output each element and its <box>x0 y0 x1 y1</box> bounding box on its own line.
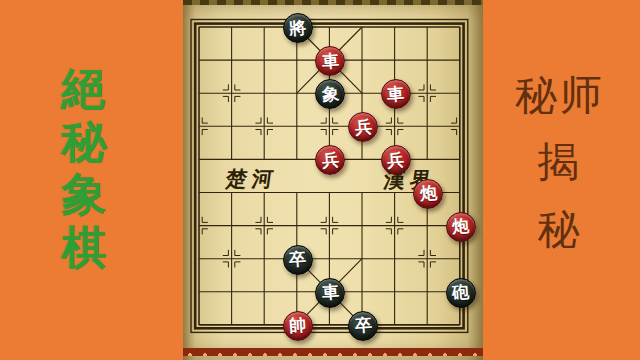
piece-glyph: 炮 <box>452 218 470 236</box>
black-piece-車[interactable]: 車 <box>315 278 345 308</box>
piece-glyph: 車 <box>321 284 339 302</box>
river-label-chu: 楚河 <box>224 165 280 193</box>
piece-glyph: 象 <box>321 85 339 103</box>
red-piece-炮[interactable]: 炮 <box>413 179 443 209</box>
piece-glyph: 車 <box>321 52 339 70</box>
left-caption-char: 絕 <box>62 64 107 113</box>
left-caption-char: 秘 <box>62 117 107 166</box>
piece-glyph: 帥 <box>289 317 307 335</box>
piece-glyph: 炮 <box>419 184 437 202</box>
left-caption: 絕秘象棋 <box>56 64 112 272</box>
piece-glyph: 兵 <box>354 118 372 136</box>
red-piece-車[interactable]: 車 <box>381 79 411 109</box>
piece-glyph: 車 <box>387 85 405 103</box>
piece-glyph: 兵 <box>321 151 339 169</box>
left-caption-char: 象 <box>62 170 107 219</box>
piece-glyph: 將 <box>289 19 307 37</box>
right-caption-line: 秘师 <box>515 72 605 118</box>
red-piece-兵[interactable]: 兵 <box>381 145 411 175</box>
screenshot: 絕秘象棋 楚河 漢界 將車象車兵兵兵炮炮卒車砲帥卒 秘师揭秘 <box>0 0 640 360</box>
piece-glyph: 砲 <box>452 284 470 302</box>
piece-glyph: 卒 <box>354 317 372 335</box>
black-piece-卒[interactable]: 卒 <box>348 311 378 341</box>
right-caption-line: 揭 <box>538 139 583 185</box>
red-piece-帥[interactable]: 帥 <box>283 311 313 341</box>
piece-glyph: 兵 <box>387 151 405 169</box>
piece-glyph: 卒 <box>289 251 307 269</box>
black-piece-砲[interactable]: 砲 <box>446 278 476 308</box>
black-piece-卒[interactable]: 卒 <box>283 245 313 275</box>
right-caption-line: 秘 <box>538 206 583 252</box>
left-caption-char: 棋 <box>62 223 107 272</box>
black-piece-將[interactable]: 將 <box>283 13 313 43</box>
right-caption: 秘师揭秘 <box>503 72 617 252</box>
xiangqi-board[interactable]: 楚河 漢界 將車象車兵兵兵炮炮卒車砲帥卒 <box>183 0 483 360</box>
red-piece-炮[interactable]: 炮 <box>446 212 476 242</box>
